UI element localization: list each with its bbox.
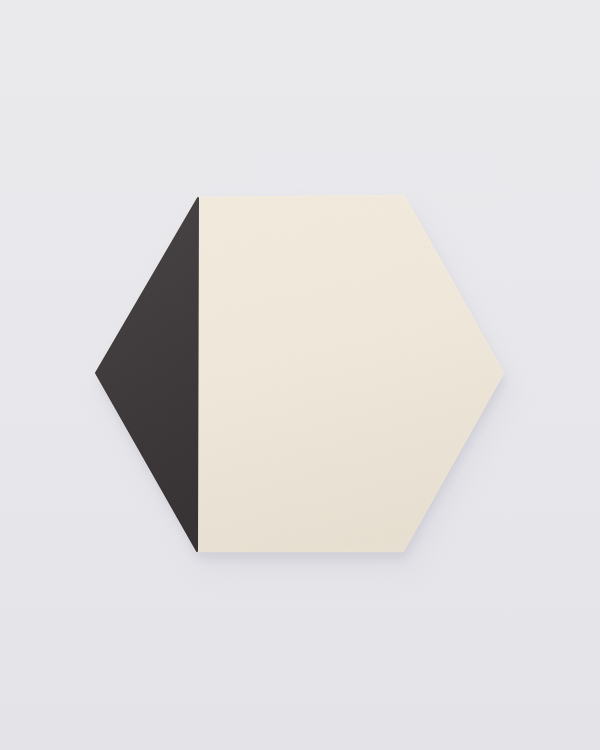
photo-canvas [0,0,600,750]
tile-photo-svg [0,0,600,750]
